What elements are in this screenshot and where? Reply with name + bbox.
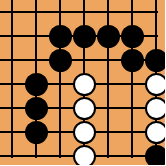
intersection-r4-c6[interactable]	[120, 72, 144, 96]
intersection-r1-c3[interactable]	[48, 0, 72, 24]
black-stone: ●	[73, 25, 96, 48]
intersection-r3-c1[interactable]	[0, 48, 24, 72]
intersection-r6-c4[interactable]: ○	[72, 120, 96, 144]
intersection-r4-c7[interactable]: ○	[144, 72, 165, 96]
intersection-r4-c1[interactable]	[0, 72, 24, 96]
intersection-r6-c6[interactable]	[120, 120, 144, 144]
intersection-r2-c3[interactable]: ●	[48, 24, 72, 48]
intersection-r5-c1[interactable]	[0, 96, 24, 120]
intersection-r1-c5[interactable]	[96, 0, 120, 24]
white-stone: ○	[145, 97, 166, 120]
intersection-r5-c3[interactable]	[48, 96, 72, 120]
intersection-r5-c6[interactable]	[120, 96, 144, 120]
intersection-r4-c3[interactable]	[48, 72, 72, 96]
intersection-r4-c4[interactable]: ○	[72, 72, 96, 96]
intersection-r6-c5[interactable]	[96, 120, 120, 144]
intersection-r3-c3[interactable]: ●	[48, 48, 72, 72]
white-stone: ○	[73, 145, 96, 166]
black-stone: ●	[49, 49, 72, 72]
intersection-r3-c4[interactable]	[72, 48, 96, 72]
black-stone: ●	[121, 49, 144, 72]
intersection-r3-c7[interactable]: ●	[144, 48, 165, 72]
intersection-r7-c3[interactable]	[48, 144, 72, 165]
white-stone: ○	[73, 73, 96, 96]
go-board: ●●●●●●●●○○●○○●○○○●	[0, 0, 165, 165]
intersection-r5-c4[interactable]: ○	[72, 96, 96, 120]
intersection-r3-c2[interactable]	[24, 48, 48, 72]
intersection-r7-c4[interactable]: ○	[72, 144, 96, 165]
intersection-r6-c1[interactable]	[0, 120, 24, 144]
intersection-r1-c2[interactable]	[24, 0, 48, 24]
intersection-r5-c5[interactable]	[96, 96, 120, 120]
intersection-r1-c1[interactable]	[0, 0, 24, 24]
black-stone: ●	[145, 145, 166, 166]
black-stone: ●	[121, 25, 144, 48]
intersection-r2-c2[interactable]	[24, 24, 48, 48]
intersection-r2-c7[interactable]	[144, 24, 165, 48]
intersection-r7-c6[interactable]	[120, 144, 144, 165]
intersection-r5-c7[interactable]: ○	[144, 96, 165, 120]
intersection-r6-c2[interactable]: ●	[24, 120, 48, 144]
white-stone: ○	[73, 97, 96, 120]
intersection-r7-c7[interactable]: ●	[144, 144, 165, 165]
intersection-r1-c4[interactable]	[72, 0, 96, 24]
intersection-r2-c6[interactable]: ●	[120, 24, 144, 48]
intersection-r7-c1[interactable]	[0, 144, 24, 165]
intersection-r6-c7[interactable]: ○	[144, 120, 165, 144]
intersection-r4-c2[interactable]: ●	[24, 72, 48, 96]
intersection-grid: ●●●●●●●●○○●○○●○○○●	[0, 0, 165, 165]
intersection-r7-c2[interactable]	[24, 144, 48, 165]
intersection-r2-c4[interactable]: ●	[72, 24, 96, 48]
intersection-r7-c5[interactable]	[96, 144, 120, 165]
white-stone: ○	[145, 73, 166, 96]
black-stone: ●	[25, 121, 48, 144]
intersection-r1-c7[interactable]	[144, 0, 165, 24]
intersection-r2-c5[interactable]: ●	[96, 24, 120, 48]
intersection-r5-c2[interactable]: ●	[24, 96, 48, 120]
black-stone: ●	[25, 73, 48, 96]
intersection-r3-c5[interactable]	[96, 48, 120, 72]
black-stone: ●	[49, 25, 72, 48]
intersection-r2-c1[interactable]	[0, 24, 24, 48]
intersection-r3-c6[interactable]: ●	[120, 48, 144, 72]
intersection-r6-c3[interactable]	[48, 120, 72, 144]
intersection-r1-c6[interactable]	[120, 0, 144, 24]
white-stone: ○	[73, 121, 96, 144]
white-stone: ○	[145, 121, 166, 144]
black-stone: ●	[145, 49, 166, 72]
intersection-r4-c5[interactable]	[96, 72, 120, 96]
black-stone: ●	[25, 97, 48, 120]
black-stone: ●	[97, 25, 120, 48]
